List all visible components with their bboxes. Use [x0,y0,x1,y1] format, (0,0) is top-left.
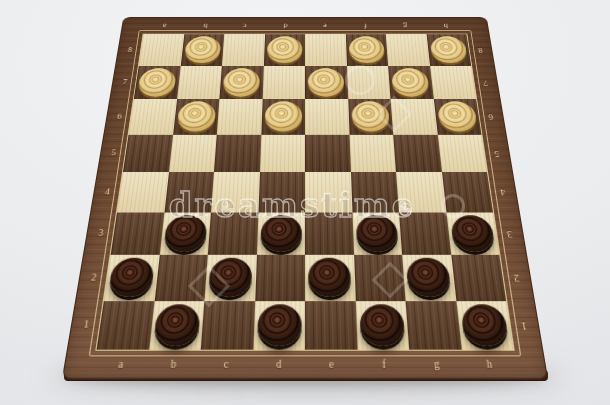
dark-checker-c2[interactable] [208,258,253,297]
rank-label-right-2: 2 [499,255,533,301]
light-checker-d6[interactable] [264,101,302,131]
square-c8[interactable] [222,34,265,65]
square-e6[interactable] [305,99,349,134]
square-h3[interactable] [446,212,499,255]
file-label-top-d: d [265,18,305,35]
light-checker-g7[interactable] [391,68,430,97]
square-a1[interactable] [97,301,155,350]
square-h8[interactable] [426,34,471,65]
square-h6[interactable] [433,99,481,134]
square-f4[interactable] [351,172,399,212]
square-b7[interactable] [177,66,222,99]
square-a6[interactable] [129,99,177,134]
dark-checker-d3[interactable] [260,215,302,252]
square-f2[interactable] [354,255,406,301]
file-label-bottom-h: h [461,350,517,379]
square-g4[interactable] [396,172,446,212]
square-d8[interactable] [263,34,305,65]
square-b3[interactable] [159,212,211,255]
light-checker-f6[interactable] [351,101,390,131]
square-a3[interactable] [111,212,164,255]
file-label-top-h: h [424,18,466,35]
square-f6[interactable] [348,99,393,134]
rank-label-right-6: 6 [476,99,505,134]
photo-background: abcdefgh abcdefgh 87654321 87654321 drea… [0,0,610,405]
square-a7[interactable] [134,66,181,99]
square-h1[interactable] [456,301,514,350]
file-label-top-a: a [143,18,185,35]
square-f7[interactable] [347,66,391,99]
file-label-top-f: f [345,18,386,35]
file-label-bottom-e: e [305,350,358,379]
light-checker-d8[interactable] [266,36,302,63]
dark-checker-g2[interactable] [406,258,452,297]
square-a8[interactable] [139,34,184,65]
light-checker-h8[interactable] [429,36,468,63]
light-checker-a7[interactable] [137,68,177,97]
square-e1[interactable] [305,301,357,350]
square-a2[interactable] [104,255,159,301]
light-checker-h6[interactable] [437,101,478,131]
checkers-board: abcdefgh abcdefgh 87654321 87654321 [63,18,547,378]
file-label-bottom-f: f [357,350,411,379]
square-g8[interactable] [386,34,430,65]
square-d6[interactable] [261,99,305,134]
file-label-top-g: g [385,18,427,35]
square-e2[interactable] [305,255,355,301]
square-c6[interactable] [217,99,262,134]
light-checker-b6[interactable] [176,101,216,131]
square-g5[interactable] [393,134,441,172]
rank-label-left-7: 7 [110,66,138,99]
square-g6[interactable] [391,99,438,134]
square-e4[interactable] [305,172,352,212]
dark-checker-f1[interactable] [359,304,405,346]
square-c5[interactable] [214,134,261,172]
file-label-bottom-c: c [199,350,253,379]
rank-label-right-5: 5 [481,134,512,172]
file-label-bottom-a: a [92,350,148,379]
square-b5[interactable] [169,134,217,172]
file-label-top-e: e [305,18,345,35]
square-g7[interactable] [388,66,433,99]
light-checker-f8[interactable] [348,36,385,63]
square-h7[interactable] [430,66,477,99]
light-checker-b8[interactable] [184,36,222,63]
square-f8[interactable] [345,34,388,65]
square-h4[interactable] [442,172,493,212]
square-d2[interactable] [255,255,305,301]
dark-checker-b3[interactable] [163,215,207,252]
file-label-bottom-g: g [409,350,464,379]
square-f5[interactable] [349,134,396,172]
dark-checker-h1[interactable] [460,304,509,346]
file-label-top-c: c [224,18,265,35]
light-checker-e7[interactable] [308,68,345,97]
file-label-bottom-d: d [252,350,305,379]
playing-area [97,34,514,349]
square-h2[interactable] [451,255,506,301]
square-d7[interactable] [262,66,305,99]
square-a5[interactable] [123,134,173,172]
square-f1[interactable] [355,301,409,350]
square-c3[interactable] [208,212,258,255]
square-g3[interactable] [399,212,451,255]
square-d4[interactable] [258,172,305,212]
square-f3[interactable] [352,212,402,255]
square-b6[interactable] [173,99,220,134]
rank-label-right-3: 3 [493,212,526,255]
light-checker-c7[interactable] [223,68,261,97]
square-c7[interactable] [219,66,263,99]
square-b8[interactable] [180,34,224,65]
square-c2[interactable] [204,255,256,301]
dark-checker-a2[interactable] [108,258,155,297]
rank-label-left-8: 8 [116,34,144,65]
square-e7[interactable] [305,66,348,99]
rank-label-right-8: 8 [467,34,495,65]
square-d5[interactable] [260,134,306,172]
dark-checker-h3[interactable] [450,215,496,252]
dark-checker-e2[interactable] [308,258,351,297]
dark-checker-f3[interactable] [355,215,398,252]
square-d1[interactable] [253,301,305,350]
square-a4[interactable] [117,172,168,212]
file-label-bottom-b: b [145,350,200,379]
file-label-top-b: b [184,18,226,35]
rank-label-right-7: 7 [471,66,499,99]
square-g2[interactable] [402,255,456,301]
dark-checker-b1[interactable] [153,304,201,346]
square-b2[interactable] [154,255,208,301]
square-e5[interactable] [305,134,351,172]
square-e8[interactable] [305,34,347,65]
square-d3[interactable] [256,212,305,255]
square-e3[interactable] [305,212,354,255]
file-labels-bottom: abcdefgh [92,350,517,379]
dark-checker-d1[interactable] [257,304,302,346]
rank-label-right-1: 1 [506,301,542,350]
square-g1[interactable] [406,301,462,350]
square-b4[interactable] [164,172,214,212]
square-c4[interactable] [211,172,259,212]
file-labels-top: abcdefgh [143,18,466,35]
square-c1[interactable] [201,301,255,350]
square-h5[interactable] [437,134,487,172]
board-frame: abcdefgh abcdefgh 87654321 87654321 [63,18,547,378]
square-b1[interactable] [149,301,205,350]
rank-label-right-4: 4 [487,172,519,212]
